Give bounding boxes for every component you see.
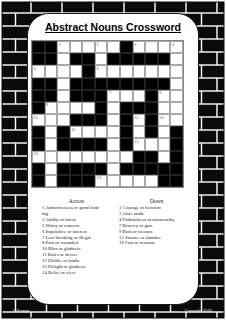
black-cell <box>32 163 45 175</box>
black-cell <box>45 90 58 102</box>
black-cell <box>70 90 83 102</box>
black-cell <box>170 175 183 187</box>
black-cell <box>70 163 83 175</box>
grid-cell[interactable]: 5 <box>32 65 45 77</box>
black-cell <box>145 151 158 163</box>
clue-number: 16 <box>159 115 163 120</box>
grid-cell[interactable] <box>120 175 133 187</box>
black-cell <box>120 126 133 138</box>
grid-cell[interactable] <box>82 126 95 138</box>
clue-number: 12 <box>134 139 138 144</box>
black-cell <box>145 53 158 65</box>
black-cell <box>95 102 108 114</box>
black-cell <box>120 78 133 90</box>
clue-item: 14 Belief or view <box>42 270 111 276</box>
grid-cell[interactable] <box>95 126 108 138</box>
grid-cell[interactable] <box>170 65 183 77</box>
grid-cell[interactable] <box>158 65 171 77</box>
grid-cell[interactable] <box>158 138 171 150</box>
grid-cell[interactable]: 16 <box>158 114 171 126</box>
grid-cell[interactable] <box>82 102 95 114</box>
grid-cell[interactable] <box>45 151 58 163</box>
grid-cell[interactable] <box>57 102 70 114</box>
grid-cell[interactable] <box>120 151 133 163</box>
black-cell <box>133 53 146 65</box>
grid-cell[interactable] <box>45 126 58 138</box>
grid-cell[interactable]: 6 <box>95 65 108 77</box>
grid-cell[interactable]: 9 <box>158 90 171 102</box>
black-cell <box>82 53 95 65</box>
across-header: Across <box>42 198 111 204</box>
grid-cell[interactable] <box>133 65 146 77</box>
black-cell <box>45 78 58 90</box>
black-cell <box>145 114 158 126</box>
grid-cell[interactable] <box>57 151 70 163</box>
grid-cell[interactable] <box>57 78 70 90</box>
grid-cell[interactable] <box>158 102 171 114</box>
clue-lists: Across 1 Attractiveness or good look- in… <box>28 198 198 276</box>
black-cell <box>120 114 133 126</box>
grid-cell[interactable] <box>133 175 146 187</box>
clue-number: 13 <box>34 151 38 156</box>
grid-cell[interactable] <box>70 41 83 53</box>
black-cell <box>158 175 171 187</box>
grid-cell[interactable] <box>170 90 183 102</box>
black-cell <box>32 90 45 102</box>
black-cell <box>95 90 108 102</box>
black-cell <box>158 53 171 65</box>
down-clues: Down 1 Courage or heroism2 After ninth4 … <box>113 198 198 276</box>
grid-cell[interactable]: 12 <box>133 138 146 150</box>
black-cell <box>32 126 45 138</box>
grid-cell[interactable] <box>107 151 120 163</box>
black-cell <box>70 78 83 90</box>
grid-cell[interactable] <box>107 102 120 114</box>
grid-cell[interactable] <box>70 151 83 163</box>
grid-cell[interactable]: 14 <box>95 175 108 187</box>
clue-number: 10 <box>34 115 38 120</box>
black-cell <box>133 102 146 114</box>
black-cell <box>107 53 120 65</box>
clue-number: 2 <box>96 42 98 47</box>
grid-cell[interactable] <box>70 65 83 77</box>
clue-number: 14 <box>96 175 100 180</box>
grid-cell[interactable]: 15 <box>133 114 146 126</box>
grid-cell[interactable] <box>107 138 120 150</box>
black-cell <box>32 78 45 90</box>
black-cell <box>95 114 108 126</box>
black-cell <box>95 78 108 90</box>
clue-item: 16 Fast or accurate <box>119 240 194 246</box>
grid-cell[interactable] <box>158 126 171 138</box>
black-cell <box>82 175 95 187</box>
black-cell <box>32 102 45 114</box>
clue-number: 7 <box>109 90 111 95</box>
grid-cell[interactable]: 13 <box>32 151 45 163</box>
grid-cell[interactable] <box>145 41 158 53</box>
black-cell <box>120 138 133 150</box>
grid-cell[interactable]: 4 <box>170 41 183 53</box>
clue-number: 5 <box>34 66 36 71</box>
clue-item: 1 Attractiveness or good look- ing <box>42 205 111 217</box>
black-cell <box>120 53 133 65</box>
grid-cell[interactable]: 3 <box>133 41 146 53</box>
grid-cell[interactable] <box>57 65 70 77</box>
grid-cell[interactable] <box>158 151 171 163</box>
clue-number: 3 <box>134 42 136 47</box>
grid-cell[interactable] <box>45 114 58 126</box>
black-cell <box>57 126 70 138</box>
grid-cell[interactable] <box>107 175 120 187</box>
black-cell <box>70 53 83 65</box>
black-cell <box>145 126 158 138</box>
black-cell <box>170 126 183 138</box>
black-cell <box>70 114 83 126</box>
grid-cell[interactable]: 1 <box>57 41 70 53</box>
grid-cell[interactable] <box>45 175 58 187</box>
black-cell <box>145 102 158 114</box>
black-cell <box>158 163 171 175</box>
grid-cell[interactable] <box>107 126 120 138</box>
grid-cell[interactable]: 8 <box>45 102 58 114</box>
black-cell <box>145 78 158 90</box>
black-cell <box>70 138 83 150</box>
black-cell <box>82 163 95 175</box>
black-cell <box>82 114 95 126</box>
black-cell <box>57 138 70 150</box>
clue-number: 4 <box>172 42 174 47</box>
clue-number: 9 <box>159 90 161 95</box>
grid-cell[interactable] <box>170 114 183 126</box>
grid-cell[interactable] <box>70 102 83 114</box>
grid-cell[interactable] <box>145 138 158 150</box>
grid-cell[interactable] <box>82 151 95 163</box>
grid-cell[interactable]: 11 <box>70 126 83 138</box>
grid-cell[interactable] <box>45 138 58 150</box>
clue-number: 15 <box>134 115 138 120</box>
across-clues: Across 1 Attractiveness or good look- in… <box>28 198 113 276</box>
page-title: Abstract Nouns Crossword <box>28 21 198 33</box>
grid-cell[interactable]: 10 <box>32 114 45 126</box>
clue-number: 11 <box>71 127 75 132</box>
black-cell <box>45 41 58 53</box>
grid-cell[interactable] <box>107 163 120 175</box>
grid-cell[interactable] <box>145 65 158 77</box>
black-cell <box>120 163 133 175</box>
black-cell <box>170 138 183 150</box>
black-cell <box>95 163 108 175</box>
grid-cell[interactable] <box>95 53 108 65</box>
black-cell <box>32 53 45 65</box>
grid-cell[interactable] <box>107 65 120 77</box>
grid-cell[interactable] <box>107 114 120 126</box>
black-cell <box>145 163 158 175</box>
black-cell <box>107 78 120 90</box>
black-cell <box>32 138 45 150</box>
grid-cell[interactable]: 7 <box>107 90 120 102</box>
black-cell <box>82 138 95 150</box>
grid-cell[interactable] <box>170 78 183 90</box>
black-cell <box>170 151 183 163</box>
grid-cell[interactable] <box>133 126 146 138</box>
grid-cell[interactable] <box>120 90 133 102</box>
grid-cell[interactable] <box>133 90 146 102</box>
black-cell <box>133 78 146 90</box>
grid-cell[interactable] <box>57 114 70 126</box>
grid-cell[interactable] <box>82 41 95 53</box>
down-header: Down <box>119 198 194 204</box>
black-cell <box>145 90 158 102</box>
grid-cell[interactable] <box>158 41 171 53</box>
black-cell <box>45 53 58 65</box>
black-cell <box>32 175 45 187</box>
grid-cell[interactable] <box>145 175 158 187</box>
black-cell <box>82 65 95 77</box>
black-cell <box>133 163 146 175</box>
grid-cell[interactable]: 2 <box>95 41 108 53</box>
black-cell <box>133 151 146 163</box>
grid-cell[interactable] <box>45 65 58 77</box>
clue-number: 1 <box>59 42 61 47</box>
black-cell <box>32 41 45 53</box>
grid-cell[interactable] <box>120 65 133 77</box>
grid-cell[interactable] <box>57 90 70 102</box>
black-cell <box>120 41 133 53</box>
worksheet-sheet: Abstract Nouns Crossword 123456798101516… <box>27 13 199 305</box>
black-cell <box>120 102 133 114</box>
black-cell <box>82 78 95 90</box>
grid-cell[interactable] <box>107 41 120 53</box>
black-cell <box>70 175 83 187</box>
clue-number: 6 <box>96 66 98 71</box>
black-cell <box>170 163 183 175</box>
footer-copyright: Copyright 2016 <box>185 308 212 313</box>
crossword-grid: 12345679810151611121314 <box>31 40 184 188</box>
black-cell <box>57 175 70 187</box>
grid-cell[interactable] <box>45 163 58 175</box>
black-cell <box>95 138 108 150</box>
grid-cell[interactable] <box>170 53 183 65</box>
grid-cell[interactable] <box>57 53 70 65</box>
black-cell <box>158 78 171 90</box>
black-cell <box>82 90 95 102</box>
footer-author: L Grange <box>13 308 30 313</box>
clue-number: 8 <box>46 102 48 107</box>
grid-cell[interactable] <box>170 102 183 114</box>
black-cell <box>57 163 70 175</box>
grid-cell[interactable] <box>95 151 108 163</box>
footer: L Grange Copyright 2016 <box>0 308 226 318</box>
